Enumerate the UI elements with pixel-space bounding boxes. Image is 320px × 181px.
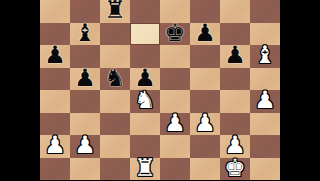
piece-white-pawn[interactable]: ♟ [164, 112, 186, 135]
square-e3[interactable]: ♟ [160, 113, 190, 136]
square-g6[interactable]: ♟ [220, 45, 250, 68]
square-b5[interactable]: ♟ [70, 68, 100, 91]
letterbox-right [280, 0, 320, 180]
square-h3[interactable] [250, 113, 280, 136]
square-a2[interactable]: ♟ [40, 135, 70, 158]
piece-black-rook[interactable]: ♜ [104, 0, 126, 22]
square-h8[interactable] [250, 0, 280, 23]
square-g5[interactable] [220, 68, 250, 91]
square-f6[interactable] [190, 45, 220, 68]
piece-black-king[interactable]: ♚ [164, 22, 186, 45]
piece-white-king[interactable]: ♚ [224, 157, 246, 180]
piece-white-pawn[interactable]: ♟ [254, 89, 276, 112]
piece-white-pawn[interactable]: ♟ [44, 134, 66, 157]
square-e2[interactable] [160, 135, 190, 158]
square-c7[interactable] [100, 23, 130, 46]
square-c2[interactable] [100, 135, 130, 158]
square-f7[interactable]: ♟ [190, 23, 220, 46]
video-frame: ♜♝♚♟♟♟♝♟♞♟♞♟♟♟♟♟♟♜♚ [0, 0, 320, 180]
piece-black-bishop[interactable]: ♝ [74, 22, 96, 45]
chess-board: ♜♝♚♟♟♟♝♟♞♟♞♟♟♟♟♟♟♜♚ [40, 0, 280, 180]
square-h1[interactable] [250, 158, 280, 181]
piece-black-pawn[interactable]: ♟ [74, 67, 96, 90]
square-h4[interactable]: ♟ [250, 90, 280, 113]
square-b7[interactable]: ♝ [70, 23, 100, 46]
square-d4[interactable]: ♞ [130, 90, 160, 113]
square-a8[interactable] [40, 0, 70, 23]
square-b2[interactable]: ♟ [70, 135, 100, 158]
square-e5[interactable] [160, 68, 190, 91]
square-d3[interactable] [130, 113, 160, 136]
piece-white-bishop[interactable]: ♝ [254, 44, 276, 67]
square-e6[interactable] [160, 45, 190, 68]
square-c4[interactable] [100, 90, 130, 113]
square-b1[interactable] [70, 158, 100, 181]
square-c8[interactable]: ♜ [100, 0, 130, 23]
square-g4[interactable] [220, 90, 250, 113]
square-a4[interactable] [40, 90, 70, 113]
piece-black-pawn[interactable]: ♟ [224, 44, 246, 67]
piece-white-pawn[interactable]: ♟ [74, 134, 96, 157]
piece-black-pawn[interactable]: ♟ [44, 44, 66, 67]
piece-black-pawn[interactable]: ♟ [194, 22, 216, 45]
square-a6[interactable]: ♟ [40, 45, 70, 68]
square-c5[interactable]: ♞ [100, 68, 130, 91]
square-d8[interactable] [130, 0, 160, 23]
square-f1[interactable] [190, 158, 220, 181]
square-a1[interactable] [40, 158, 70, 181]
letterbox-left [0, 0, 40, 180]
square-f3[interactable]: ♟ [190, 113, 220, 136]
piece-black-knight[interactable]: ♞ [104, 67, 126, 90]
piece-white-knight[interactable]: ♞ [134, 89, 156, 112]
square-e7[interactable]: ♚ [160, 23, 190, 46]
square-a5[interactable] [40, 68, 70, 91]
square-d7[interactable] [130, 23, 160, 46]
square-e1[interactable] [160, 158, 190, 181]
piece-white-rook[interactable]: ♜ [134, 157, 156, 180]
square-h6[interactable]: ♝ [250, 45, 280, 68]
square-b4[interactable] [70, 90, 100, 113]
square-g8[interactable] [220, 0, 250, 23]
square-f2[interactable] [190, 135, 220, 158]
piece-white-pawn[interactable]: ♟ [194, 112, 216, 135]
square-h2[interactable] [250, 135, 280, 158]
square-g1[interactable]: ♚ [220, 158, 250, 181]
square-c1[interactable] [100, 158, 130, 181]
square-d1[interactable]: ♜ [130, 158, 160, 181]
square-f5[interactable] [190, 68, 220, 91]
square-c3[interactable] [100, 113, 130, 136]
